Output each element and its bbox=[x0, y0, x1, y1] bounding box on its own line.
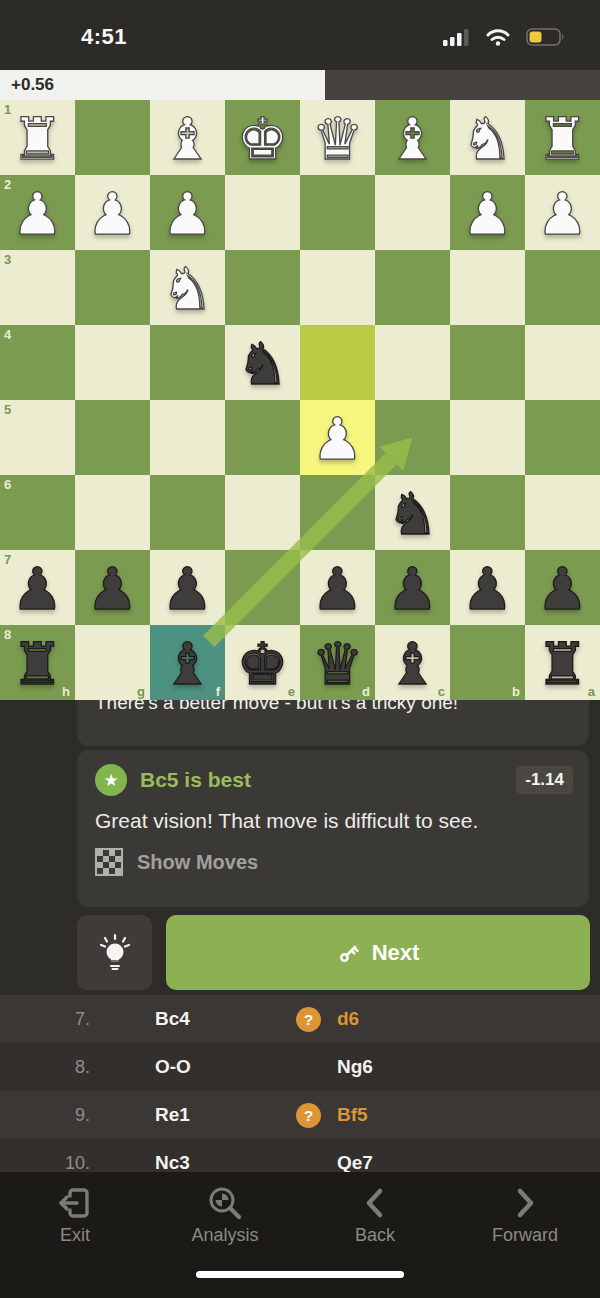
square-c1[interactable]: ♝ bbox=[375, 100, 450, 175]
piece-black-pawn: ♟ bbox=[375, 550, 450, 625]
file-label-g: g bbox=[137, 684, 145, 699]
square-c6[interactable]: ♞ bbox=[375, 475, 450, 550]
square-h3[interactable]: 3 bbox=[0, 250, 75, 325]
piece-black-pawn: ♟ bbox=[75, 550, 150, 625]
next-button-label: Next bbox=[372, 940, 420, 966]
clock: 4:51 bbox=[72, 24, 136, 50]
square-h5[interactable]: 5 bbox=[0, 400, 75, 475]
file-label-d: d bbox=[362, 684, 370, 699]
square-a6[interactable] bbox=[525, 475, 600, 550]
best-move-title: Bc5 is best bbox=[140, 768, 251, 792]
forward-chevron-icon bbox=[510, 1184, 540, 1222]
square-a1[interactable]: ♜ bbox=[525, 100, 600, 175]
square-d8[interactable]: ♛d bbox=[300, 625, 375, 700]
square-a5[interactable] bbox=[525, 400, 600, 475]
battery-icon bbox=[526, 28, 566, 46]
black-move[interactable]: d6 bbox=[337, 1008, 359, 1030]
square-c4[interactable] bbox=[375, 325, 450, 400]
square-g1[interactable] bbox=[75, 100, 150, 175]
piece-white-bishop: ♝ bbox=[150, 100, 225, 175]
best-move-header: ★ Bc5 is best -1.14 bbox=[95, 764, 573, 796]
piece-white-pawn: ♟ bbox=[75, 175, 150, 250]
evaluation-bar: +0.56 bbox=[0, 70, 600, 100]
square-a4[interactable] bbox=[525, 325, 600, 400]
best-move-comment: Great vision! That move is difficult to … bbox=[95, 809, 571, 833]
piece-white-queen: ♛ bbox=[300, 100, 375, 175]
key-icon bbox=[337, 941, 361, 965]
piece-white-pawn: ♟ bbox=[525, 175, 600, 250]
square-h8[interactable]: ♜8h bbox=[0, 625, 75, 700]
square-b6[interactable] bbox=[450, 475, 525, 550]
cellular-signal-icon bbox=[443, 29, 470, 46]
app-screen: 4:51 +0.56 There's bbox=[0, 0, 600, 1298]
square-g2[interactable]: ♟ bbox=[75, 175, 150, 250]
piece-black-bishop: ♝ bbox=[150, 625, 225, 700]
next-button[interactable]: Next bbox=[166, 915, 590, 990]
piece-white-king: ♚ bbox=[225, 100, 300, 175]
status-icons bbox=[443, 28, 566, 46]
move-number: 7. bbox=[0, 1009, 90, 1030]
best-move-star-icon: ★ bbox=[95, 764, 127, 796]
square-b4[interactable] bbox=[450, 325, 525, 400]
square-b8[interactable]: b bbox=[450, 625, 525, 700]
piece-black-pawn: ♟ bbox=[150, 550, 225, 625]
square-e7[interactable] bbox=[225, 550, 300, 625]
square-d5[interactable]: ♟ bbox=[300, 400, 375, 475]
nav-back[interactable]: Back bbox=[300, 1172, 450, 1298]
black-move[interactable]: Ng6 bbox=[337, 1056, 373, 1078]
rank-label-1: 1 bbox=[4, 102, 11, 117]
mistake-badge: ? bbox=[296, 1007, 321, 1032]
piece-black-pawn: ♟ bbox=[525, 550, 600, 625]
square-d4[interactable] bbox=[300, 325, 375, 400]
nav-exit-label: Exit bbox=[60, 1225, 90, 1246]
square-d6[interactable] bbox=[300, 475, 375, 550]
best-move-eval-badge: -1.14 bbox=[516, 766, 573, 794]
file-label-b: b bbox=[512, 684, 520, 699]
piece-black-pawn: ♟ bbox=[300, 550, 375, 625]
back-chevron-icon bbox=[360, 1184, 390, 1222]
nav-analysis-label: Analysis bbox=[191, 1225, 258, 1246]
square-h1[interactable]: ♜1 bbox=[0, 100, 75, 175]
black-move[interactable]: Bf5 bbox=[337, 1104, 368, 1126]
hint-button[interactable] bbox=[77, 915, 152, 990]
piece-white-pawn: ♟ bbox=[150, 175, 225, 250]
show-moves-label: Show Moves bbox=[137, 851, 258, 874]
square-b1[interactable]: ♞ bbox=[450, 100, 525, 175]
action-row: Next bbox=[77, 915, 590, 990]
evaluation-bar-white-portion: +0.56 bbox=[0, 70, 325, 100]
piece-black-pawn: ♟ bbox=[0, 550, 75, 625]
square-a8[interactable]: ♜a bbox=[525, 625, 600, 700]
square-d3[interactable] bbox=[300, 250, 375, 325]
square-g6[interactable] bbox=[75, 475, 150, 550]
move-list: 7.Bc4?d68.O-ONg69.Re1?Bf510.Nc3Qe7 bbox=[0, 995, 600, 1172]
exit-icon bbox=[56, 1184, 94, 1222]
evaluation-score: +0.56 bbox=[11, 75, 54, 95]
square-a3[interactable] bbox=[525, 250, 600, 325]
square-d1[interactable]: ♛ bbox=[300, 100, 375, 175]
square-e4[interactable]: ♞ bbox=[225, 325, 300, 400]
square-c7[interactable]: ♟ bbox=[375, 550, 450, 625]
square-b5[interactable] bbox=[450, 400, 525, 475]
square-c3[interactable] bbox=[375, 250, 450, 325]
wifi-icon bbox=[486, 29, 510, 46]
square-f2[interactable]: ♟ bbox=[150, 175, 225, 250]
chess-board[interactable]: ♜1♝♚♛♝♞♜♟2♟♟♟♟3♞4♞5♟6♞♟7♟♟♟♟♟♟♜8hg♝f♚e♛d… bbox=[0, 100, 600, 700]
black-move[interactable]: Qe7 bbox=[337, 1152, 373, 1172]
square-g8[interactable]: g bbox=[75, 625, 150, 700]
square-f1[interactable]: ♝ bbox=[150, 100, 225, 175]
square-f6[interactable] bbox=[150, 475, 225, 550]
square-c2[interactable] bbox=[375, 175, 450, 250]
square-c5[interactable] bbox=[375, 400, 450, 475]
status-bar: 4:51 bbox=[0, 0, 600, 70]
square-f7[interactable]: ♟ bbox=[150, 550, 225, 625]
square-f8[interactable]: ♝f bbox=[150, 625, 225, 700]
square-c8[interactable]: ♝c bbox=[375, 625, 450, 700]
piece-black-knight: ♞ bbox=[225, 325, 300, 400]
rank-label-4: 4 bbox=[4, 327, 11, 342]
square-e5[interactable] bbox=[225, 400, 300, 475]
square-h4[interactable]: 4 bbox=[0, 325, 75, 400]
piece-black-pawn: ♟ bbox=[450, 550, 525, 625]
square-e2[interactable] bbox=[225, 175, 300, 250]
piece-white-knight: ♞ bbox=[150, 250, 225, 325]
piece-white-pawn: ♟ bbox=[450, 175, 525, 250]
white-move[interactable]: Re1 bbox=[155, 1104, 190, 1126]
file-label-e: e bbox=[288, 684, 295, 699]
white-move[interactable]: Nc3 bbox=[155, 1152, 190, 1172]
square-f5[interactable] bbox=[150, 400, 225, 475]
nav-back-label: Back bbox=[355, 1225, 395, 1246]
piece-white-rook: ♜ bbox=[0, 100, 75, 175]
square-d2[interactable] bbox=[300, 175, 375, 250]
move-number: 9. bbox=[0, 1105, 90, 1126]
piece-white-pawn: ♟ bbox=[0, 175, 75, 250]
square-b2[interactable]: ♟ bbox=[450, 175, 525, 250]
rank-label-8: 8 bbox=[4, 627, 11, 642]
file-label-h: h bbox=[62, 684, 70, 699]
rank-label-6: 6 bbox=[4, 477, 11, 492]
square-e6[interactable] bbox=[225, 475, 300, 550]
square-g4[interactable] bbox=[75, 325, 150, 400]
white-move[interactable]: O-O bbox=[155, 1056, 191, 1078]
nav-analysis[interactable]: Analysis bbox=[150, 1172, 300, 1298]
nav-forward-label: Forward bbox=[492, 1225, 558, 1246]
bottom-nav: Exit Analysis Back bbox=[0, 1172, 600, 1298]
rank-label-5: 5 bbox=[4, 402, 11, 417]
show-moves-button[interactable]: Show Moves bbox=[95, 848, 571, 876]
square-b3[interactable] bbox=[450, 250, 525, 325]
move-row-8: 8.O-ONg6 bbox=[0, 1043, 600, 1091]
nav-exit[interactable]: Exit bbox=[0, 1172, 150, 1298]
square-g5[interactable] bbox=[75, 400, 150, 475]
square-e1[interactable]: ♚ bbox=[225, 100, 300, 175]
square-b7[interactable]: ♟ bbox=[450, 550, 525, 625]
file-label-a: a bbox=[588, 684, 595, 699]
move-row-9: 9.Re1?Bf5 bbox=[0, 1091, 600, 1139]
file-label-c: c bbox=[438, 684, 445, 699]
square-h7[interactable]: ♟7 bbox=[0, 550, 75, 625]
square-f3[interactable]: ♞ bbox=[150, 250, 225, 325]
move-row-7: 7.Bc4?d6 bbox=[0, 995, 600, 1043]
square-a2[interactable]: ♟ bbox=[525, 175, 600, 250]
rank-label-7: 7 bbox=[4, 552, 11, 567]
square-e8[interactable]: ♚e bbox=[225, 625, 300, 700]
rank-label-2: 2 bbox=[4, 177, 11, 192]
move-number: 8. bbox=[0, 1057, 90, 1078]
square-f4[interactable] bbox=[150, 325, 225, 400]
square-g7[interactable]: ♟ bbox=[75, 550, 150, 625]
analysis-icon bbox=[206, 1184, 244, 1222]
file-label-f: f bbox=[216, 684, 220, 699]
piece-white-rook: ♜ bbox=[525, 100, 600, 175]
lightbulb-icon bbox=[97, 933, 133, 973]
piece-white-bishop: ♝ bbox=[375, 100, 450, 175]
square-g3[interactable] bbox=[75, 250, 150, 325]
piece-black-knight: ♞ bbox=[375, 475, 450, 550]
piece-white-pawn: ♟ bbox=[300, 400, 375, 475]
nav-forward[interactable]: Forward bbox=[450, 1172, 600, 1298]
square-a7[interactable]: ♟ bbox=[525, 550, 600, 625]
square-e3[interactable] bbox=[225, 250, 300, 325]
white-move[interactable]: Bc4 bbox=[155, 1008, 190, 1030]
move-row-10: 10.Nc3Qe7 bbox=[0, 1139, 600, 1172]
square-h2[interactable]: ♟2 bbox=[0, 175, 75, 250]
move-number: 10. bbox=[0, 1153, 90, 1173]
rank-label-3: 3 bbox=[4, 252, 11, 267]
mini-board-icon bbox=[95, 848, 123, 876]
piece-white-knight: ♞ bbox=[450, 100, 525, 175]
home-indicator[interactable] bbox=[196, 1271, 404, 1278]
square-h6[interactable]: 6 bbox=[0, 475, 75, 550]
mistake-badge: ? bbox=[296, 1103, 321, 1128]
best-move-card: ★ Bc5 is best -1.14 Great vision! That m… bbox=[77, 750, 589, 907]
square-d7[interactable]: ♟ bbox=[300, 550, 375, 625]
